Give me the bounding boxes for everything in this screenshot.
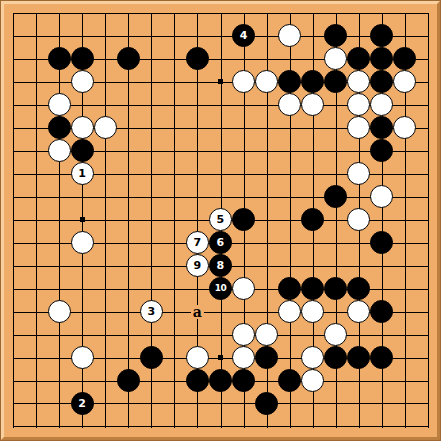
goban[interactable]: 41576981032 a bbox=[13, 13, 429, 428]
diagram-frame: 41576981032 a bbox=[0, 0, 441, 441]
goban-frame: 41576981032 a bbox=[1, 1, 440, 440]
board-label-a: a bbox=[191, 305, 204, 319]
label-layer: a bbox=[1, 2, 439, 438]
